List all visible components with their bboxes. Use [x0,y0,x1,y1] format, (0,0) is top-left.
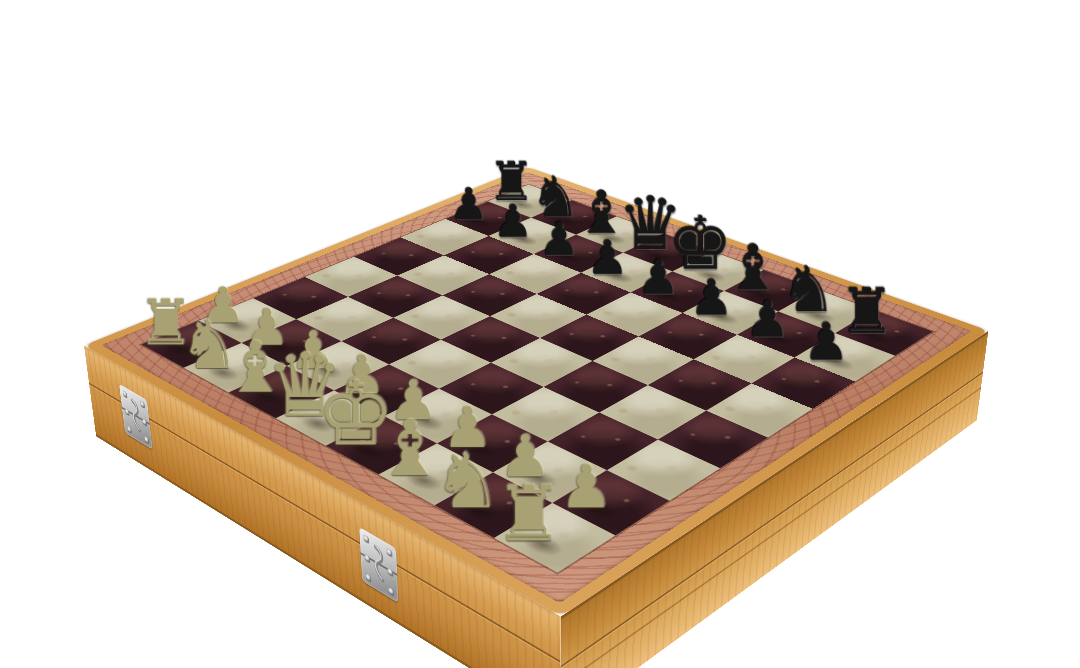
product-photo-stage: ♜♞♝♛♚♝♞♜♟♟♟♟♟♟♟♟♟♟♟♟♟♟♟♟♜♞♝♛♚♝♞♜ [0,0,1080,668]
box-top-wood-rim: ♜♞♝♛♚♝♞♜♟♟♟♟♟♟♟♟♟♟♟♟♟♟♟♟♜♞♝♛♚♝♞♜ [84,167,989,617]
clasp-latch-front[interactable] [359,527,398,603]
latch-hook-icon [369,540,388,589]
clasp-latch-left[interactable] [119,384,153,450]
folding-chess-box: ♜♞♝♛♚♝♞♜♟♟♟♟♟♟♟♟♟♟♟♟♟♟♟♟♜♞♝♛♚♝♞♜ [84,167,989,617]
white-rook-h1[interactable]: ♜ [485,476,572,553]
marble-border-frame: ♜♞♝♛♚♝♞♜♟♟♟♟♟♟♟♟♟♟♟♟♟♟♟♟♜♞♝♛♚♝♞♜ [101,172,972,603]
black-pawn-h7[interactable]: ♟ [791,316,863,368]
screw-dot [144,436,149,445]
screw-dot [388,587,394,597]
screw-dot [387,567,393,577]
board-scene: ♜♞♝♛♚♝♞♜♟♟♟♟♟♟♟♟♟♟♟♟♟♟♟♟♜♞♝♛♚♝♞♜ [0,0,1080,668]
screw-dot [386,548,392,558]
